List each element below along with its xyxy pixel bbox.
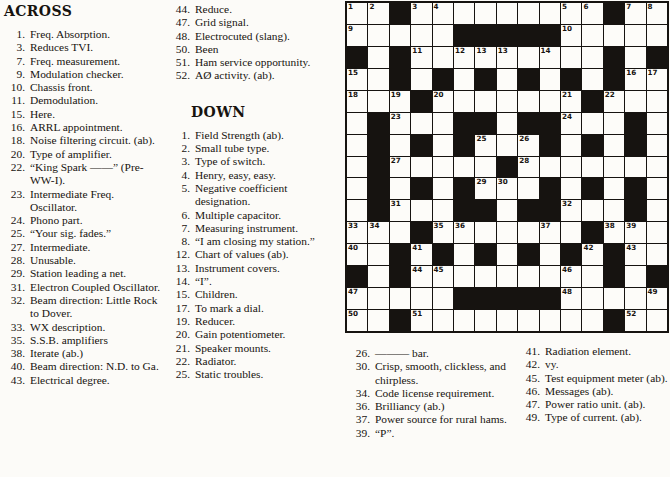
clue-item: 4.Henry, easy, easy. bbox=[167, 169, 339, 182]
down-clue-list-1: 1.Field Strength (ab).2.Small tube type.… bbox=[167, 129, 339, 382]
grid-cell bbox=[582, 47, 602, 68]
grid-cell: 48 bbox=[561, 288, 581, 309]
cell-number: 38 bbox=[605, 221, 615, 230]
grid-cell bbox=[368, 25, 388, 46]
grid-cell bbox=[518, 222, 538, 243]
clue-item: 46.Messages (ab). bbox=[517, 385, 670, 398]
across-clue-list-1: 1.Freq. Absorption.3.Reduces TVI.7.Freq.… bbox=[2, 28, 162, 387]
grid-cell: 17 bbox=[647, 69, 667, 90]
grid-cell: 24 bbox=[561, 113, 581, 134]
clue-item: 43.Electrical degree. bbox=[2, 374, 162, 387]
grid-cell bbox=[497, 135, 517, 156]
grid-cell bbox=[561, 310, 581, 331]
cell-number: 42 bbox=[583, 243, 593, 252]
crossword-grid: 1234567891011121313141516171819202122232… bbox=[345, 1, 669, 333]
clue-item: 22.Radiator. bbox=[167, 355, 339, 368]
clue-number: 31. bbox=[2, 281, 25, 294]
grid-cell: 40 bbox=[347, 244, 367, 265]
clue-text: Electrical degree. bbox=[25, 374, 110, 387]
clue-number: 2. bbox=[167, 142, 190, 155]
grid-cell: 21 bbox=[561, 91, 581, 112]
clue-number: 41. bbox=[517, 345, 540, 358]
grid-cell: 47 bbox=[347, 288, 367, 309]
grid-cell bbox=[411, 157, 431, 178]
grid-cell: 8 bbox=[647, 3, 667, 24]
cell-number: 3 bbox=[412, 2, 417, 11]
clue-text: “I”. bbox=[190, 275, 212, 288]
grid-cell bbox=[411, 288, 431, 309]
clue-item: 8.“I am closing my station.” bbox=[167, 235, 339, 248]
grid-cell bbox=[368, 310, 388, 331]
clue-number: 47. bbox=[517, 398, 540, 411]
grid-cell bbox=[540, 3, 560, 24]
clue-text: Grid signal. bbox=[190, 16, 249, 29]
clue-text: Intermediate. bbox=[25, 241, 90, 254]
clue-text: Freq. Absorption. bbox=[25, 28, 110, 41]
clue-number: 17. bbox=[167, 302, 190, 315]
cell-number: 12 bbox=[455, 46, 465, 55]
clue-item: 21.Speaker mounts. bbox=[167, 342, 339, 355]
clue-text: Test equipment meter (ab). bbox=[540, 372, 668, 385]
clue-number: 4. bbox=[167, 169, 190, 182]
clue-number: 40. bbox=[2, 360, 25, 373]
grid-cell bbox=[518, 3, 538, 24]
cell-number: 23 bbox=[391, 112, 401, 121]
clue-number: 19. bbox=[167, 315, 190, 328]
grid-cell-black bbox=[368, 200, 388, 221]
clue-text: Reduces TVI. bbox=[25, 41, 93, 54]
grid-cell: 13 bbox=[475, 47, 495, 68]
grid-cell bbox=[433, 178, 453, 199]
grid-cell: 4 bbox=[433, 3, 453, 24]
grid-cell-black bbox=[518, 288, 538, 309]
grid-cell-black bbox=[433, 69, 453, 90]
across-clue-list-2: 44.Reduce.47.Grid signal.48.Electrocuted… bbox=[167, 3, 339, 83]
cell-number: 9 bbox=[348, 24, 353, 33]
grid-cell-black bbox=[540, 113, 560, 134]
grid-cell bbox=[475, 3, 495, 24]
grid-cell bbox=[561, 135, 581, 156]
grid-cell-black bbox=[518, 244, 538, 265]
clue-item: 3.Type of switch. bbox=[167, 155, 339, 168]
clue-item: 31.Electron Coupled Oscillator. bbox=[2, 281, 162, 294]
clue-item: 38.Iterate (ab.) bbox=[2, 347, 162, 360]
clue-number: 45. bbox=[517, 372, 540, 385]
clue-text: Instrument covers. bbox=[190, 262, 280, 275]
grid-cell-black bbox=[411, 91, 431, 112]
clue-text: Radiator. bbox=[190, 355, 236, 368]
clue-number: 33. bbox=[2, 321, 25, 334]
grid-cell: 14 bbox=[540, 47, 560, 68]
across-header: ACROSS bbox=[4, 3, 162, 19]
grid-cell bbox=[497, 244, 517, 265]
cell-number: 7 bbox=[626, 2, 631, 11]
grid-cell bbox=[454, 69, 474, 90]
grid-cell: 19 bbox=[390, 91, 410, 112]
grid-cell: 38 bbox=[604, 222, 624, 243]
grid-cell: 37 bbox=[540, 222, 560, 243]
grid-cell-black bbox=[518, 113, 538, 134]
grid-cell: 46 bbox=[561, 266, 581, 287]
clue-item: 6.Multiple capacitor. bbox=[167, 209, 339, 222]
down-clues-column-2: 26.——— bar.30.Crisp, smooth, clickless, … bbox=[347, 347, 519, 440]
grid-cell-black bbox=[497, 288, 517, 309]
grid-cell bbox=[454, 244, 474, 265]
grid-cell-black bbox=[454, 135, 474, 156]
grid-cell-black bbox=[604, 47, 624, 68]
grid-cell: 3 bbox=[411, 3, 431, 24]
grid-cell bbox=[347, 135, 367, 156]
clue-item: 18.Noise filtering circuit. (ab). bbox=[2, 134, 162, 147]
clue-number: 18. bbox=[2, 134, 25, 147]
grid-cell-black bbox=[411, 135, 431, 156]
grid-cell-black bbox=[561, 69, 581, 90]
clue-item: 29.Station leading a net. bbox=[2, 267, 162, 280]
grid-cell bbox=[518, 310, 538, 331]
clue-item: 2.Small tube type. bbox=[167, 142, 339, 155]
grid-cell: 39 bbox=[625, 222, 645, 243]
grid-cell: 20 bbox=[433, 91, 453, 112]
clue-text: Beam direction: Little Rock to Dover. bbox=[25, 294, 162, 321]
grid-cell bbox=[647, 200, 667, 221]
clue-item: 44.Reduce. bbox=[167, 3, 339, 16]
grid-cell-black bbox=[497, 25, 517, 46]
clue-number: 32. bbox=[2, 294, 25, 321]
clue-item: 15.Children. bbox=[167, 288, 339, 301]
grid-cell bbox=[497, 200, 517, 221]
grid-cell-black bbox=[390, 3, 410, 24]
grid-cell-black bbox=[368, 135, 388, 156]
grid-cell: 18 bbox=[347, 91, 367, 112]
grid-cell bbox=[368, 266, 388, 287]
middle-clues-column: 44.Reduce.47.Grid signal.48.Electrocuted… bbox=[167, 3, 339, 381]
clue-number: 49. bbox=[517, 411, 540, 424]
cell-number: 4 bbox=[434, 2, 439, 11]
clue-number: 3. bbox=[2, 41, 25, 54]
grid-cell bbox=[475, 91, 495, 112]
clue-text: Reducer. bbox=[190, 315, 235, 328]
cell-number: 13 bbox=[476, 46, 486, 55]
grid-cell bbox=[433, 113, 453, 134]
grid-cell-black bbox=[347, 266, 367, 287]
clue-text: Crisp, smooth, clickless, and chirpless. bbox=[370, 360, 519, 387]
grid-cell-black bbox=[390, 266, 410, 287]
grid-cell bbox=[604, 135, 624, 156]
grid-cell-black bbox=[604, 266, 624, 287]
grid-cell bbox=[390, 25, 410, 46]
clue-text: “Your sig. fades.” bbox=[25, 227, 111, 240]
clue-item: 20.Type of amplifier. bbox=[2, 148, 162, 161]
clue-number: 1. bbox=[167, 129, 190, 142]
cell-number: 1 bbox=[348, 2, 353, 11]
grid-cell-black bbox=[582, 91, 602, 112]
clue-text: Chart of values (ab). bbox=[190, 248, 289, 261]
grid-cell-black bbox=[475, 25, 495, 46]
clue-number: 46. bbox=[517, 385, 540, 398]
clue-number: 37. bbox=[347, 413, 370, 426]
grid-cell-black bbox=[540, 135, 560, 156]
grid-cell bbox=[497, 3, 517, 24]
grid-cell bbox=[540, 310, 560, 331]
clue-text: Multiple capacitor. bbox=[190, 209, 281, 222]
grid-cell: 32 bbox=[561, 200, 581, 221]
grid-cell bbox=[561, 178, 581, 199]
clue-number: 23. bbox=[2, 188, 25, 215]
grid-cell: 11 bbox=[411, 47, 431, 68]
clue-number: 28. bbox=[2, 254, 25, 267]
grid-cell-black bbox=[604, 3, 624, 24]
clue-number: 26. bbox=[347, 347, 370, 360]
grid-cell bbox=[497, 310, 517, 331]
grid-cell bbox=[540, 157, 560, 178]
grid-cell bbox=[433, 47, 453, 68]
grid-cell-black bbox=[625, 200, 645, 221]
cell-number: 43 bbox=[626, 243, 636, 252]
grid-cell-black bbox=[475, 244, 495, 265]
clue-number: 1. bbox=[2, 28, 25, 41]
grid-cell-black bbox=[604, 310, 624, 331]
grid-cell bbox=[561, 47, 581, 68]
cell-number: 15 bbox=[348, 68, 358, 77]
grid-cell-black bbox=[411, 222, 431, 243]
cell-number: 14 bbox=[541, 46, 551, 55]
clue-text: Iterate (ab.) bbox=[25, 347, 83, 360]
clue-number: 24. bbox=[2, 214, 25, 227]
clue-item: 52.AØ activity. (ab). bbox=[167, 69, 339, 82]
grid-cell bbox=[454, 310, 474, 331]
clue-number: 48. bbox=[167, 30, 190, 43]
clue-item: 26.——— bar. bbox=[347, 347, 519, 360]
clue-number: 50. bbox=[167, 43, 190, 56]
grid-cell: 25 bbox=[475, 135, 495, 156]
clue-text: Gain potentiometer. bbox=[190, 328, 285, 341]
grid-cell bbox=[647, 25, 667, 46]
grid-cell-black bbox=[497, 157, 517, 178]
grid-cell bbox=[604, 288, 624, 309]
cell-number: 44 bbox=[412, 265, 422, 274]
grid-cell bbox=[390, 288, 410, 309]
clue-text: Intermediate Freq. Oscillator. bbox=[25, 188, 162, 215]
grid-cell bbox=[497, 222, 517, 243]
grid-cell bbox=[540, 69, 560, 90]
cell-number: 31 bbox=[391, 199, 401, 208]
grid-cell bbox=[390, 222, 410, 243]
clue-number: 10. bbox=[2, 81, 25, 94]
grid-cell bbox=[604, 25, 624, 46]
cell-number: 25 bbox=[476, 134, 486, 143]
grid-cell: 31 bbox=[390, 200, 410, 221]
grid-cell-black bbox=[540, 200, 560, 221]
grid-cell bbox=[497, 91, 517, 112]
clue-text: Field Strength (ab). bbox=[190, 129, 284, 142]
cell-number: 49 bbox=[648, 287, 658, 296]
grid-cell bbox=[625, 47, 645, 68]
grid-cell bbox=[582, 266, 602, 287]
clue-item: 51.Ham service opportunity. bbox=[167, 56, 339, 69]
grid-cell: 41 bbox=[411, 244, 431, 265]
cell-number: 35 bbox=[434, 221, 444, 230]
grid-cell-black bbox=[390, 310, 410, 331]
clue-number: 42. bbox=[517, 358, 540, 371]
grid-cell: 45 bbox=[433, 266, 453, 287]
grid-cell-black bbox=[582, 178, 602, 199]
cell-number: 20 bbox=[434, 90, 444, 99]
clue-item: 34.Code license requirement. bbox=[347, 387, 519, 400]
grid-cell bbox=[647, 157, 667, 178]
clue-number: 36. bbox=[347, 400, 370, 413]
clue-item: 39.“P”. bbox=[347, 427, 519, 440]
grid-cell-black bbox=[604, 244, 624, 265]
grid-cell-black bbox=[582, 222, 602, 243]
grid-cell-black bbox=[475, 200, 495, 221]
clue-number: 5. bbox=[167, 182, 190, 209]
grid-cell bbox=[625, 266, 645, 287]
cell-number: 21 bbox=[562, 90, 572, 99]
clue-text: Reduce. bbox=[190, 3, 232, 16]
grid-cell bbox=[625, 157, 645, 178]
grid-cell bbox=[347, 113, 367, 134]
grid-cell: 10 bbox=[561, 25, 581, 46]
clue-item: 37.Power source for rural hams. bbox=[347, 413, 519, 426]
grid-cell bbox=[475, 310, 495, 331]
clue-text: “P”. bbox=[370, 427, 394, 440]
clue-text: Modulation checker. bbox=[25, 68, 124, 81]
grid-cell-black bbox=[518, 69, 538, 90]
grid-cell-black bbox=[475, 288, 495, 309]
grid-cell bbox=[518, 91, 538, 112]
clue-number: 20. bbox=[167, 328, 190, 341]
grid-cell bbox=[518, 266, 538, 287]
cell-number: 13 bbox=[498, 46, 508, 55]
grid-cell bbox=[604, 157, 624, 178]
cell-number: 32 bbox=[562, 199, 572, 208]
clue-text: Phono part. bbox=[25, 214, 83, 227]
grid-cell bbox=[454, 266, 474, 287]
grid-cell: 27 bbox=[390, 157, 410, 178]
clue-number: 47. bbox=[167, 16, 190, 29]
clue-item: 50.Been bbox=[167, 43, 339, 56]
grid-cell: 7 bbox=[625, 3, 645, 24]
grid-cell-black bbox=[518, 25, 538, 46]
grid-cell bbox=[518, 47, 538, 68]
cell-number: 22 bbox=[605, 90, 615, 99]
grid-cell bbox=[647, 244, 667, 265]
clue-text: “King Spark ——” (Pre-WW-I). bbox=[25, 161, 162, 188]
clue-text: AØ activity. (ab). bbox=[190, 69, 275, 82]
grid-cell bbox=[475, 222, 495, 243]
grid-cell: 43 bbox=[625, 244, 645, 265]
grid-cell: 49 bbox=[647, 288, 667, 309]
clue-text: Henry, easy, easy. bbox=[190, 169, 276, 182]
clue-item: 3.Reduces TVI. bbox=[2, 41, 162, 54]
cell-number: 18 bbox=[348, 90, 358, 99]
clue-text: To mark a dial. bbox=[190, 302, 264, 315]
grid-cell bbox=[582, 69, 602, 90]
grid-cell bbox=[497, 69, 517, 90]
clue-text: Power ratio unit. (ab). bbox=[540, 398, 645, 411]
grid-cell-black bbox=[454, 178, 474, 199]
clue-item: 7.Freq. measurement. bbox=[2, 55, 162, 68]
grid-cell-black bbox=[368, 113, 388, 134]
clue-number: 39. bbox=[347, 427, 370, 440]
clue-number: 38. bbox=[2, 347, 25, 360]
grid-cell-black bbox=[454, 113, 474, 134]
grid-cell-black bbox=[347, 47, 367, 68]
cell-number: 48 bbox=[562, 287, 572, 296]
clue-item: 19.Reducer. bbox=[167, 315, 339, 328]
grid-cell: 29 bbox=[475, 178, 495, 199]
clue-item: 22.“King Spark ——” (Pre-WW-I). bbox=[2, 161, 162, 188]
clue-item: 33.WX description. bbox=[2, 321, 162, 334]
cell-number: 16 bbox=[626, 68, 636, 77]
grid-cell bbox=[497, 266, 517, 287]
clue-text: Unusable. bbox=[25, 254, 76, 267]
grid-cell bbox=[433, 25, 453, 46]
grid-cell bbox=[604, 200, 624, 221]
grid-cell bbox=[625, 25, 645, 46]
clue-number: 8. bbox=[167, 235, 190, 248]
clue-number: 52. bbox=[167, 69, 190, 82]
grid-cell bbox=[454, 157, 474, 178]
clue-item: 15.Here. bbox=[2, 108, 162, 121]
clue-text: Children. bbox=[190, 288, 238, 301]
grid-cell-black bbox=[390, 69, 410, 90]
clue-number: 35. bbox=[2, 334, 25, 347]
clue-text: Brilliancy (ab.) bbox=[370, 400, 445, 413]
grid-cell-black bbox=[540, 25, 560, 46]
clue-item: 36.Brilliancy (ab.) bbox=[347, 400, 519, 413]
clue-item: 17.To mark a dial. bbox=[167, 302, 339, 315]
grid-cell: 6 bbox=[582, 3, 602, 24]
cell-number: 45 bbox=[434, 265, 444, 274]
grid-cell bbox=[390, 135, 410, 156]
clue-number: 9. bbox=[2, 68, 25, 81]
grid-cell: 9 bbox=[347, 25, 367, 46]
clue-number: 21. bbox=[167, 342, 190, 355]
grid-cell: 26 bbox=[518, 135, 538, 156]
clue-number: 16. bbox=[2, 121, 25, 134]
grid-cell bbox=[368, 244, 388, 265]
grid-cell bbox=[368, 47, 388, 68]
clue-text: Electrocuted (slang). bbox=[190, 30, 290, 43]
grid-cell bbox=[497, 113, 517, 134]
grid-cell bbox=[647, 113, 667, 134]
grid-cell-black bbox=[604, 69, 624, 90]
cell-number: 34 bbox=[369, 221, 379, 230]
clue-item: 10.Chassis front. bbox=[2, 81, 162, 94]
grid-cell-black bbox=[368, 157, 388, 178]
cell-number: 11 bbox=[412, 46, 422, 55]
clue-item: 1.Field Strength (ab). bbox=[167, 129, 339, 142]
clue-item: 28.Unusable. bbox=[2, 254, 162, 267]
grid-cell: 34 bbox=[368, 222, 388, 243]
clue-number: 15. bbox=[2, 108, 25, 121]
clue-item: 12.Chart of values (ab). bbox=[167, 248, 339, 261]
grid-cell bbox=[582, 157, 602, 178]
grid-cell bbox=[368, 91, 388, 112]
grid-cell bbox=[411, 113, 431, 134]
grid-cell: 35 bbox=[433, 222, 453, 243]
clue-number: 27. bbox=[2, 241, 25, 254]
cell-number: 30 bbox=[498, 177, 508, 186]
grid-cell: 36 bbox=[454, 222, 474, 243]
grid-cell: 30 bbox=[497, 178, 517, 199]
grid-cell: 51 bbox=[411, 310, 431, 331]
clue-item: 48.Electrocuted (slang). bbox=[167, 30, 339, 43]
grid-cell-black bbox=[433, 244, 453, 265]
grid-cell bbox=[454, 3, 474, 24]
clue-item: 7.Measuring instrument. bbox=[167, 222, 339, 235]
